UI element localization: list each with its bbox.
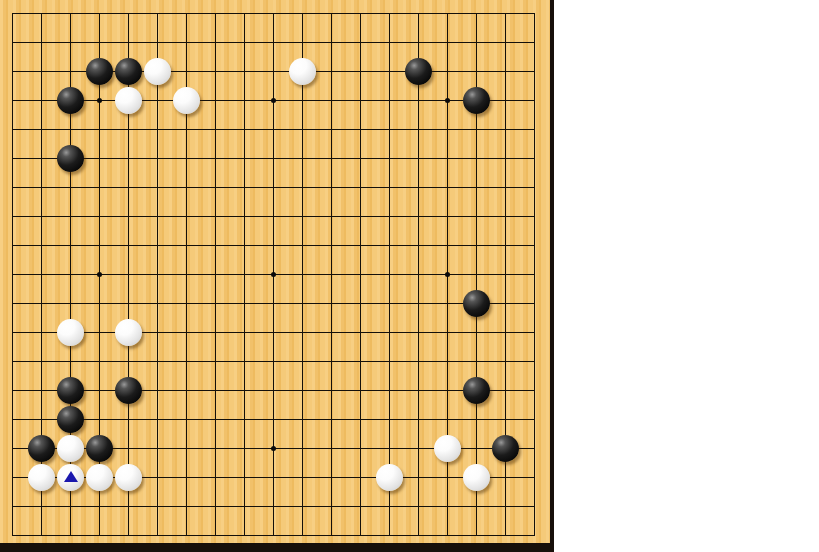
board-intersection[interactable]	[375, 463, 404, 492]
star-point	[85, 260, 114, 289]
white-stone[interactable]	[144, 58, 171, 85]
stones-layer	[0, 0, 549, 550]
white-stone[interactable]	[376, 464, 403, 491]
board-intersection[interactable]	[27, 463, 56, 492]
star-point	[433, 86, 462, 115]
black-stone[interactable]	[492, 435, 519, 462]
black-stone[interactable]	[463, 290, 490, 317]
star-point-dot	[445, 272, 450, 277]
go-board[interactable]	[0, 0, 554, 552]
black-stone[interactable]	[463, 87, 490, 114]
board-intersection[interactable]	[114, 376, 143, 405]
board-intersection[interactable]	[433, 434, 462, 463]
board-intersection[interactable]	[56, 86, 85, 115]
board-intersection[interactable]	[172, 86, 201, 115]
star-point-dot	[97, 272, 102, 277]
black-stone[interactable]	[28, 435, 55, 462]
screenshot-root	[0, 0, 819, 552]
board-intersection[interactable]	[143, 57, 172, 86]
black-stone[interactable]	[115, 377, 142, 404]
star-point-dot	[271, 98, 276, 103]
board-intersection[interactable]	[288, 57, 317, 86]
board-intersection[interactable]	[462, 463, 491, 492]
star-point	[433, 260, 462, 289]
board-intersection[interactable]	[85, 434, 114, 463]
star-point	[259, 434, 288, 463]
white-stone[interactable]	[434, 435, 461, 462]
board-intersection[interactable]	[85, 463, 114, 492]
board-intersection[interactable]	[462, 289, 491, 318]
board-intersection[interactable]	[27, 434, 56, 463]
white-stone[interactable]	[57, 435, 84, 462]
board-intersection[interactable]	[85, 57, 114, 86]
board-intersection[interactable]	[56, 434, 85, 463]
black-stone[interactable]	[405, 58, 432, 85]
star-point-dot	[445, 98, 450, 103]
empty-side-panel	[554, 0, 819, 552]
board-intersection[interactable]	[56, 405, 85, 434]
board-intersection[interactable]	[404, 57, 433, 86]
white-stone[interactable]	[57, 464, 84, 491]
white-stone[interactable]	[115, 464, 142, 491]
white-stone[interactable]	[173, 87, 200, 114]
white-stone[interactable]	[115, 319, 142, 346]
last-move-triangle-icon	[64, 471, 78, 482]
black-stone[interactable]	[463, 377, 490, 404]
black-stone[interactable]	[57, 406, 84, 433]
white-stone[interactable]	[57, 319, 84, 346]
black-stone[interactable]	[57, 87, 84, 114]
white-stone[interactable]	[463, 464, 490, 491]
star-point-dot	[271, 446, 276, 451]
board-intersection[interactable]	[114, 57, 143, 86]
white-stone[interactable]	[289, 58, 316, 85]
black-stone[interactable]	[57, 145, 84, 172]
star-point-dot	[271, 272, 276, 277]
star-point	[259, 86, 288, 115]
star-point	[259, 260, 288, 289]
board-intersection[interactable]	[56, 376, 85, 405]
black-stone[interactable]	[86, 58, 113, 85]
board-intersection[interactable]	[114, 318, 143, 347]
board-intersection[interactable]	[56, 144, 85, 173]
board-intersection[interactable]	[56, 318, 85, 347]
black-stone[interactable]	[57, 377, 84, 404]
board-intersection[interactable]	[462, 376, 491, 405]
black-stone[interactable]	[86, 435, 113, 462]
board-intersection[interactable]	[114, 463, 143, 492]
star-point	[85, 86, 114, 115]
board-intersection[interactable]	[491, 434, 520, 463]
board-intersection[interactable]	[56, 463, 85, 492]
white-stone[interactable]	[115, 87, 142, 114]
white-stone[interactable]	[86, 464, 113, 491]
star-point-dot	[97, 98, 102, 103]
board-intersection[interactable]	[114, 86, 143, 115]
black-stone[interactable]	[115, 58, 142, 85]
white-stone[interactable]	[28, 464, 55, 491]
board-intersection[interactable]	[462, 86, 491, 115]
